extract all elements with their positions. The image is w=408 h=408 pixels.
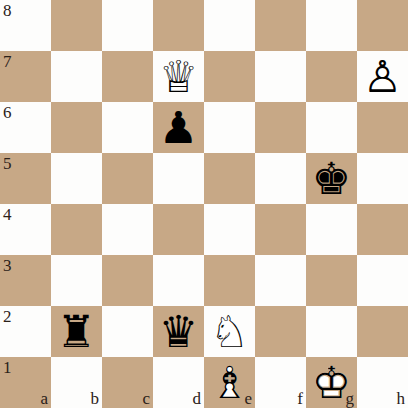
chess-board: 87♛♕♟♙6♟5♚432♜♛♞♘1abcde♝♗fg♚♔h xyxy=(0,0,408,408)
rank-label-7: 7 xyxy=(3,53,12,70)
square-d4[interactable] xyxy=(153,204,204,255)
square-d2[interactable]: ♛ xyxy=(153,306,204,357)
square-c6[interactable] xyxy=(102,102,153,153)
square-a5[interactable]: 5 xyxy=(0,153,51,204)
square-f2[interactable] xyxy=(255,306,306,357)
square-g8[interactable] xyxy=(306,0,357,51)
rank-label-4: 4 xyxy=(3,206,12,223)
square-h7[interactable]: ♟♙ xyxy=(357,51,408,102)
square-h1[interactable]: h xyxy=(357,357,408,408)
square-a6[interactable]: 6 xyxy=(0,102,51,153)
square-g5[interactable]: ♚ xyxy=(306,153,357,204)
square-a7[interactable]: 7 xyxy=(0,51,51,102)
white-knight-outline-icon: ♘ xyxy=(204,306,255,357)
square-g7[interactable] xyxy=(306,51,357,102)
rank-label-3: 3 xyxy=(3,257,12,274)
square-h2[interactable] xyxy=(357,306,408,357)
file-label-h: h xyxy=(397,390,406,407)
square-h8[interactable] xyxy=(357,0,408,51)
square-e8[interactable] xyxy=(204,0,255,51)
square-e3[interactable] xyxy=(204,255,255,306)
square-d6[interactable]: ♟ xyxy=(153,102,204,153)
square-b8[interactable] xyxy=(51,0,102,51)
square-a2[interactable]: 2 xyxy=(0,306,51,357)
black-queen-d2: ♛ xyxy=(153,306,204,357)
square-a1[interactable]: 1a xyxy=(0,357,51,408)
square-e2[interactable]: ♞♘ xyxy=(204,306,255,357)
square-e4[interactable] xyxy=(204,204,255,255)
square-c3[interactable] xyxy=(102,255,153,306)
file-label-f: f xyxy=(297,390,303,407)
square-b4[interactable] xyxy=(51,204,102,255)
black-queen-icon: ♛ xyxy=(153,306,204,357)
square-g2[interactable] xyxy=(306,306,357,357)
black-rook-b2: ♜ xyxy=(51,306,102,357)
square-a8[interactable]: 8 xyxy=(0,0,51,51)
square-h4[interactable] xyxy=(357,204,408,255)
square-b6[interactable] xyxy=(51,102,102,153)
white-bishop-e1: ♝♗ xyxy=(204,357,255,408)
black-king-g5: ♚ xyxy=(306,153,357,204)
square-a4[interactable]: 4 xyxy=(0,204,51,255)
square-f1[interactable]: f xyxy=(255,357,306,408)
square-e7[interactable] xyxy=(204,51,255,102)
square-h3[interactable] xyxy=(357,255,408,306)
square-b7[interactable] xyxy=(51,51,102,102)
square-g1[interactable]: g♚♔ xyxy=(306,357,357,408)
square-d1[interactable]: d xyxy=(153,357,204,408)
square-d5[interactable] xyxy=(153,153,204,204)
file-label-b: b xyxy=(91,390,100,407)
square-e5[interactable] xyxy=(204,153,255,204)
square-g4[interactable] xyxy=(306,204,357,255)
square-c2[interactable] xyxy=(102,306,153,357)
square-d8[interactable] xyxy=(153,0,204,51)
square-c1[interactable]: c xyxy=(102,357,153,408)
white-knight-e2: ♞♘ xyxy=(204,306,255,357)
file-label-c: c xyxy=(142,390,150,407)
black-pawn-d6: ♟ xyxy=(153,102,204,153)
square-c4[interactable] xyxy=(102,204,153,255)
square-a3[interactable]: 3 xyxy=(0,255,51,306)
square-f4[interactable] xyxy=(255,204,306,255)
white-bishop-outline-icon: ♗ xyxy=(204,357,255,408)
rank-label-6: 6 xyxy=(3,104,12,121)
white-queen-d7: ♛♕ xyxy=(153,51,204,102)
file-label-d: d xyxy=(193,390,202,407)
chess-board-wrap: 87♛♕♟♙6♟5♚432♜♛♞♘1abcde♝♗fg♚♔h xyxy=(0,0,408,408)
square-b3[interactable] xyxy=(51,255,102,306)
square-g3[interactable] xyxy=(306,255,357,306)
file-label-a: a xyxy=(40,390,48,407)
black-king-icon: ♚ xyxy=(306,153,357,204)
square-e6[interactable] xyxy=(204,102,255,153)
square-c7[interactable] xyxy=(102,51,153,102)
black-pawn-icon: ♟ xyxy=(153,102,204,153)
square-f7[interactable] xyxy=(255,51,306,102)
square-c8[interactable] xyxy=(102,0,153,51)
square-b5[interactable] xyxy=(51,153,102,204)
square-f3[interactable] xyxy=(255,255,306,306)
rank-label-2: 2 xyxy=(3,308,12,325)
square-h5[interactable] xyxy=(357,153,408,204)
white-pawn-h7: ♟♙ xyxy=(357,51,408,102)
black-rook-icon: ♜ xyxy=(51,306,102,357)
square-f5[interactable] xyxy=(255,153,306,204)
rank-label-8: 8 xyxy=(3,2,12,19)
rank-label-5: 5 xyxy=(3,155,12,172)
square-f8[interactable] xyxy=(255,0,306,51)
square-h6[interactable] xyxy=(357,102,408,153)
square-e1[interactable]: e♝♗ xyxy=(204,357,255,408)
square-g6[interactable] xyxy=(306,102,357,153)
square-d7[interactable]: ♛♕ xyxy=(153,51,204,102)
square-c5[interactable] xyxy=(102,153,153,204)
square-f6[interactable] xyxy=(255,102,306,153)
white-queen-outline-icon: ♕ xyxy=(153,51,204,102)
white-king-g1: ♚♔ xyxy=(306,357,357,408)
white-king-outline-icon: ♔ xyxy=(306,357,357,408)
square-b1[interactable]: b xyxy=(51,357,102,408)
white-pawn-outline-icon: ♙ xyxy=(357,51,408,102)
rank-label-1: 1 xyxy=(3,359,12,376)
square-b2[interactable]: ♜ xyxy=(51,306,102,357)
square-d3[interactable] xyxy=(153,255,204,306)
